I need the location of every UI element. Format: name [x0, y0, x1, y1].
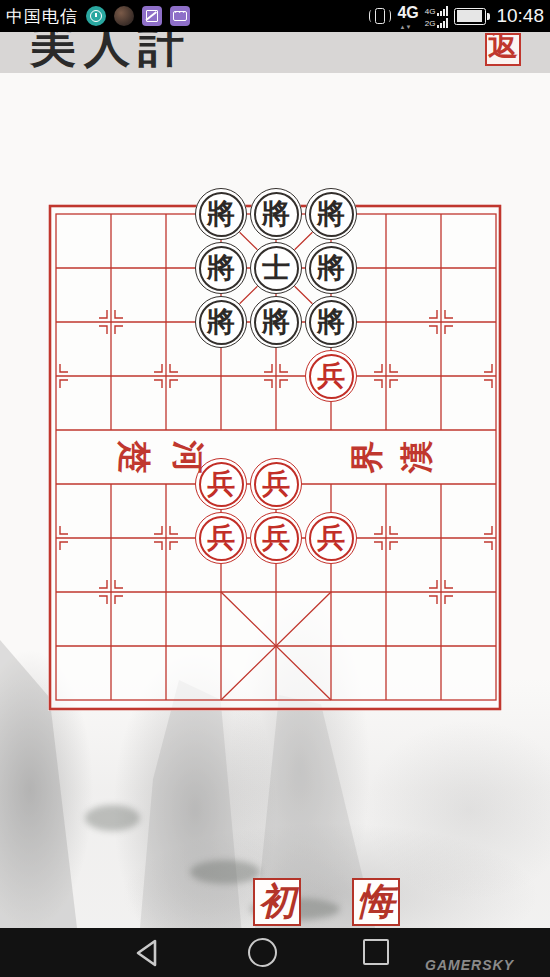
- network-type-label: 4G ▲▼: [397, 4, 418, 28]
- piece-black-將-f4r0[interactable]: 將: [249, 187, 304, 241]
- back-triangle-icon[interactable]: [133, 938, 163, 968]
- home-circle-icon[interactable]: [248, 938, 277, 967]
- gamersky-watermark: GAMERSKY: [425, 957, 514, 973]
- piece-black-將-f5r1[interactable]: 將: [304, 241, 359, 295]
- river-label: 河: [165, 441, 210, 474]
- piece-black-將-f5r2[interactable]: 將: [304, 295, 359, 349]
- piece-black-將-f3r1[interactable]: 將: [194, 241, 249, 295]
- title-bar: 美人計 返: [0, 32, 550, 73]
- status-bar: 中国电信 4G ▲▼ 4G 2G 10:48: [0, 0, 550, 32]
- piece-black-將-f3r0[interactable]: 將: [194, 187, 249, 241]
- piece-black-將-f5r0[interactable]: 將: [304, 187, 359, 241]
- piece-red-兵-f5r3[interactable]: 兵: [304, 349, 359, 403]
- piece-black-士-f4r1[interactable]: 士: [249, 241, 304, 295]
- clock-label: 10:48: [496, 5, 544, 27]
- gallery-icon: [142, 6, 162, 26]
- piece-black-將-f4r2[interactable]: 將: [249, 295, 304, 349]
- battery-icon: [454, 8, 490, 25]
- keyboard-icon: [170, 6, 190, 26]
- alarm-icon: [86, 6, 106, 26]
- piece-red-兵-f4r6[interactable]: 兵: [249, 511, 304, 565]
- river-label: 漢: [395, 441, 440, 474]
- river-label: 界: [345, 441, 390, 474]
- page-title: 美人計: [30, 32, 192, 73]
- river-label: 楚: [111, 441, 156, 474]
- restart-button[interactable]: 初: [253, 878, 301, 926]
- data-arrows-icon: ▲▼: [399, 24, 411, 30]
- piece-black-將-f3r2[interactable]: 將: [194, 295, 249, 349]
- undo-button[interactable]: 悔: [352, 878, 400, 926]
- piece-red-兵-f3r6[interactable]: 兵: [194, 511, 249, 565]
- recents-square-icon[interactable]: [363, 939, 389, 965]
- xiangqi-board: 將將將將士將將將將兵兵兵兵兵兵 楚河界漢: [0, 73, 550, 928]
- signal-bars-icon: 4G 2G: [425, 5, 449, 28]
- return-button[interactable]: 返: [485, 33, 521, 66]
- piece-red-兵-f5r6[interactable]: 兵: [304, 511, 359, 565]
- carrier-label: 中国电信: [6, 5, 78, 28]
- app-avatar-icon: [114, 6, 134, 26]
- vibrate-icon: [369, 7, 391, 25]
